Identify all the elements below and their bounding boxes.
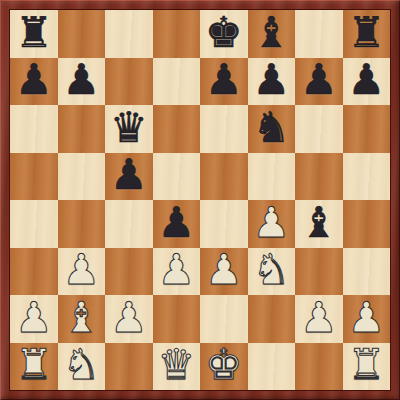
square-b8 (58, 10, 106, 58)
black-king: ♚ (205, 12, 243, 54)
white-pawn: ♟ (205, 249, 243, 291)
square-e8: ♚ (200, 10, 248, 58)
square-g7: ♟ (295, 58, 343, 106)
square-g1 (295, 343, 343, 391)
square-f8: ♝ (248, 10, 296, 58)
square-b6 (58, 105, 106, 153)
black-rook: ♜ (347, 12, 385, 54)
square-a2: ♟ (10, 295, 58, 343)
square-a7: ♟ (10, 58, 58, 106)
square-d7 (153, 58, 201, 106)
white-knight: ♞ (62, 344, 100, 386)
black-bishop: ♝ (300, 202, 338, 244)
square-g2: ♟ (295, 295, 343, 343)
square-g3 (295, 248, 343, 296)
square-f5 (248, 153, 296, 201)
square-d4: ♟ (153, 200, 201, 248)
black-pawn: ♟ (110, 154, 148, 196)
black-pawn: ♟ (15, 59, 53, 101)
white-king: ♚ (205, 344, 243, 386)
square-g6 (295, 105, 343, 153)
square-f4: ♟ (248, 200, 296, 248)
black-rook: ♜ (15, 12, 53, 54)
square-a4 (10, 200, 58, 248)
square-h3 (343, 248, 391, 296)
square-g4: ♝ (295, 200, 343, 248)
square-e1: ♚ (200, 343, 248, 391)
square-b1: ♞ (58, 343, 106, 391)
square-b4 (58, 200, 106, 248)
square-c5: ♟ (105, 153, 153, 201)
square-d5 (153, 153, 201, 201)
square-f6: ♞ (248, 105, 296, 153)
square-h8: ♜ (343, 10, 391, 58)
square-g8 (295, 10, 343, 58)
square-h1: ♜ (343, 343, 391, 391)
white-pawn: ♟ (157, 249, 195, 291)
black-queen: ♛ (110, 107, 148, 149)
square-e2 (200, 295, 248, 343)
square-h7: ♟ (343, 58, 391, 106)
square-e4 (200, 200, 248, 248)
square-d3: ♟ (153, 248, 201, 296)
square-c3 (105, 248, 153, 296)
black-pawn: ♟ (252, 59, 290, 101)
square-a8: ♜ (10, 10, 58, 58)
white-bishop: ♝ (62, 297, 100, 339)
white-pawn: ♟ (300, 297, 338, 339)
white-pawn: ♟ (15, 297, 53, 339)
white-rook: ♜ (15, 344, 53, 386)
square-b2: ♝ (58, 295, 106, 343)
square-d8 (153, 10, 201, 58)
square-f1 (248, 343, 296, 391)
white-pawn: ♟ (252, 202, 290, 244)
black-bishop: ♝ (252, 12, 290, 54)
black-pawn: ♟ (62, 59, 100, 101)
board-frame: ♜♚♝♜♟♟♟♟♟♟♛♞♟♟♟♝♟♟♟♞♟♝♟♟♟♜♞♛♚♜ (0, 0, 400, 400)
square-c2: ♟ (105, 295, 153, 343)
square-f7: ♟ (248, 58, 296, 106)
black-pawn: ♟ (347, 59, 385, 101)
black-pawn: ♟ (157, 202, 195, 244)
square-d2 (153, 295, 201, 343)
square-b7: ♟ (58, 58, 106, 106)
square-c6: ♛ (105, 105, 153, 153)
white-knight: ♞ (252, 249, 290, 291)
black-pawn: ♟ (300, 59, 338, 101)
white-pawn: ♟ (62, 249, 100, 291)
square-e6 (200, 105, 248, 153)
square-b5 (58, 153, 106, 201)
square-h5 (343, 153, 391, 201)
square-c8 (105, 10, 153, 58)
square-f2 (248, 295, 296, 343)
white-pawn: ♟ (347, 297, 385, 339)
square-c7 (105, 58, 153, 106)
square-c4 (105, 200, 153, 248)
square-h2: ♟ (343, 295, 391, 343)
square-a6 (10, 105, 58, 153)
square-d1: ♛ (153, 343, 201, 391)
white-rook: ♜ (347, 344, 385, 386)
black-pawn: ♟ (205, 59, 243, 101)
square-b3: ♟ (58, 248, 106, 296)
square-d6 (153, 105, 201, 153)
chess-board: ♜♚♝♜♟♟♟♟♟♟♛♞♟♟♟♝♟♟♟♞♟♝♟♟♟♜♞♛♚♜ (10, 10, 390, 390)
square-e3: ♟ (200, 248, 248, 296)
square-h4 (343, 200, 391, 248)
square-a5 (10, 153, 58, 201)
square-e5 (200, 153, 248, 201)
white-pawn: ♟ (110, 297, 148, 339)
square-c1 (105, 343, 153, 391)
white-queen: ♛ (157, 344, 195, 386)
black-knight: ♞ (252, 107, 290, 149)
square-h6 (343, 105, 391, 153)
square-g5 (295, 153, 343, 201)
square-f3: ♞ (248, 248, 296, 296)
square-a3 (10, 248, 58, 296)
square-a1: ♜ (10, 343, 58, 391)
square-e7: ♟ (200, 58, 248, 106)
